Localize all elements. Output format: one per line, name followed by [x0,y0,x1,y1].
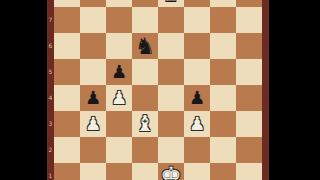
square-f5[interactable] [184,59,210,85]
square-e4[interactable] [158,85,184,111]
square-h3[interactable] [236,111,262,137]
square-c3[interactable] [106,111,132,137]
square-h4[interactable] [236,85,262,111]
square-c1[interactable] [106,163,132,180]
piece-white-bishop-d3[interactable]: ♝ [135,113,155,135]
square-c7[interactable] [106,7,132,33]
piece-white-king-e1[interactable]: ♚ [160,164,182,180]
square-d6[interactable]: ♞ [132,33,158,59]
piece-black-pawn-b4[interactable]: ♟ [85,89,101,107]
square-g8[interactable] [210,0,236,7]
square-g4[interactable] [210,85,236,111]
square-f7[interactable] [184,7,210,33]
square-h5[interactable] [236,59,262,85]
piece-white-pawn-f3[interactable]: ♟ [189,115,205,133]
square-a2[interactable] [54,137,80,163]
rank-label-3: 3 [47,121,54,127]
square-a3[interactable] [54,111,80,137]
square-b8[interactable] [80,0,106,7]
square-b7[interactable] [80,7,106,33]
square-e8[interactable]: ♚ [158,0,184,7]
piece-black-king-e8[interactable]: ♚ [160,0,182,6]
rank-label-2: 2 [47,147,54,153]
piece-white-pawn-c4[interactable]: ♟ [111,89,127,107]
square-a1[interactable] [54,163,80,180]
square-d8[interactable] [132,0,158,7]
square-e2[interactable] [158,137,184,163]
square-f2[interactable] [184,137,210,163]
square-e1[interactable]: ♚ [158,163,184,180]
square-c4[interactable]: ♟ [106,85,132,111]
square-a7[interactable] [54,7,80,33]
square-d1[interactable] [132,163,158,180]
square-d4[interactable] [132,85,158,111]
square-d3[interactable]: ♝ [132,111,158,137]
square-d2[interactable] [132,137,158,163]
square-a5[interactable] [54,59,80,85]
square-a4[interactable] [54,85,80,111]
square-c8[interactable] [106,0,132,7]
square-d7[interactable] [132,7,158,33]
piece-black-knight-d6[interactable]: ♞ [135,35,156,58]
square-b5[interactable] [80,59,106,85]
square-g5[interactable] [210,59,236,85]
square-c6[interactable] [106,33,132,59]
rank-label-7: 7 [47,17,54,23]
square-b1[interactable] [80,163,106,180]
square-g6[interactable] [210,33,236,59]
rank-label-6: 6 [47,43,54,49]
square-h2[interactable] [236,137,262,163]
square-c5[interactable]: ♟ [106,59,132,85]
square-b4[interactable]: ♟ [80,85,106,111]
square-h6[interactable] [236,33,262,59]
square-g7[interactable] [210,7,236,33]
rank-label-5: 5 [47,69,54,75]
square-e7[interactable] [158,7,184,33]
square-e3[interactable] [158,111,184,137]
square-f8[interactable] [184,0,210,7]
piece-white-pawn-b3[interactable]: ♟ [85,115,101,133]
piece-black-pawn-f4[interactable]: ♟ [189,89,205,107]
square-a8[interactable] [54,0,80,7]
piece-black-pawn-c5[interactable]: ♟ [111,63,127,81]
square-g2[interactable] [210,137,236,163]
square-f6[interactable] [184,33,210,59]
square-d5[interactable] [132,59,158,85]
square-a6[interactable] [54,33,80,59]
chess-board: ♚♞♟♟♟♟♟♝♟♚ [54,0,262,180]
video-frame: ♚♞♟♟♟♟♟♝♟♚ 7654321 [0,0,320,180]
square-f3[interactable]: ♟ [184,111,210,137]
chess-board-frame: ♚♞♟♟♟♟♟♝♟♚ 7654321 [47,0,269,180]
square-e6[interactable] [158,33,184,59]
square-e5[interactable] [158,59,184,85]
square-g3[interactable] [210,111,236,137]
rank-label-1: 1 [47,173,54,179]
rank-label-4: 4 [47,95,54,101]
square-b6[interactable] [80,33,106,59]
square-h7[interactable] [236,7,262,33]
square-f4[interactable]: ♟ [184,85,210,111]
square-g1[interactable] [210,163,236,180]
square-h8[interactable] [236,0,262,7]
square-b2[interactable] [80,137,106,163]
square-b3[interactable]: ♟ [80,111,106,137]
square-f1[interactable] [184,163,210,180]
square-c2[interactable] [106,137,132,163]
square-h1[interactable] [236,163,262,180]
